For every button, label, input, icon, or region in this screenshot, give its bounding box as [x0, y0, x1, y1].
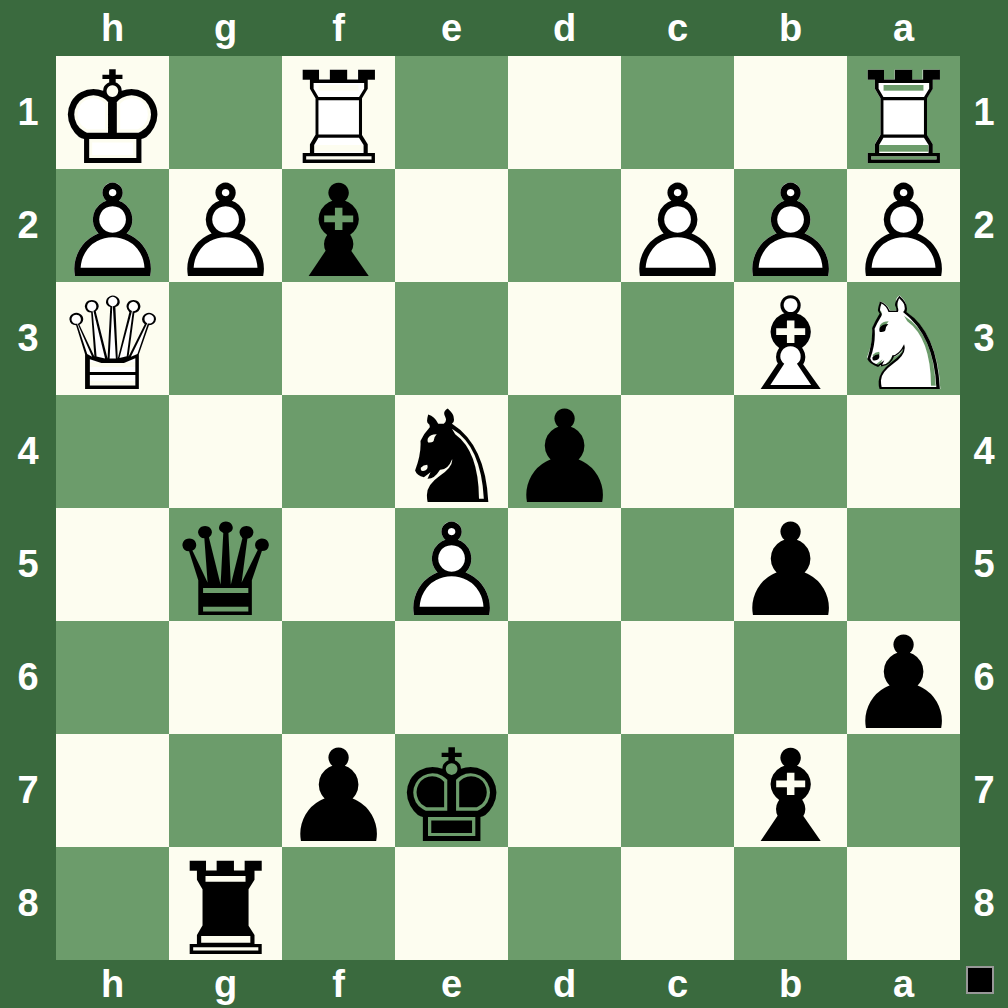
square-g3[interactable] [169, 282, 282, 395]
file-label-top-c: c [621, 0, 734, 56]
square-g6[interactable] [169, 621, 282, 734]
square-e5[interactable]: ♟♙ [395, 508, 508, 621]
black-to-move-indicator [966, 966, 994, 994]
white-king-outline-glyph: ♔ [56, 62, 169, 175]
rank-label-left-3: 3 [0, 282, 56, 395]
file-label-bottom-c: c [621, 960, 734, 1008]
square-d5[interactable] [508, 508, 621, 621]
square-e2[interactable] [395, 169, 508, 282]
black-pawn[interactable]: ♟ [508, 395, 621, 508]
square-a5[interactable] [847, 508, 960, 621]
rank-label-left-1: 1 [0, 56, 56, 169]
corner-bottom-left [0, 960, 56, 1008]
square-c6[interactable] [621, 621, 734, 734]
square-c7[interactable] [621, 734, 734, 847]
white-pawn-fill-glyph: ♟ [56, 175, 169, 288]
file-label-bottom-b: b [734, 960, 847, 1008]
black-bishop[interactable]: ♝ [282, 169, 395, 282]
square-h1[interactable]: ♚♔ [56, 56, 169, 169]
white-knight-outline-glyph: ♘ [847, 288, 960, 401]
square-e8[interactable] [395, 847, 508, 960]
black-pawn-glyph: ♟ [508, 401, 621, 514]
square-e4[interactable]: ♞ [395, 395, 508, 508]
rank-label-left-5: 5 [0, 508, 56, 621]
corner-top-left [0, 0, 56, 56]
square-a7[interactable] [847, 734, 960, 847]
file-label-top-h: h [56, 0, 169, 56]
black-pawn-glyph: ♟ [734, 514, 847, 627]
square-a4[interactable] [847, 395, 960, 508]
rank-label-left-6: 6 [0, 621, 56, 734]
square-f3[interactable] [282, 282, 395, 395]
square-a8[interactable] [847, 847, 960, 960]
white-pawn[interactable]: ♟♙ [847, 169, 960, 282]
square-b8[interactable] [734, 847, 847, 960]
white-queen-fill-glyph: ♛ [56, 288, 169, 401]
black-knight-glyph: ♞ [395, 401, 508, 514]
square-d1[interactable] [508, 56, 621, 169]
square-g1[interactable] [169, 56, 282, 169]
square-a2[interactable]: ♟♙ [847, 169, 960, 282]
square-g8[interactable]: ♜ [169, 847, 282, 960]
white-rook-outline-glyph: ♖ [282, 62, 395, 175]
square-h3[interactable]: ♛♕ [56, 282, 169, 395]
black-pawn-glyph: ♟ [847, 627, 960, 740]
rank-label-right-8: 8 [960, 847, 1008, 960]
square-f5[interactable] [282, 508, 395, 621]
square-f8[interactable] [282, 847, 395, 960]
white-knight[interactable]: ♞♘ [847, 282, 960, 395]
square-g7[interactable] [169, 734, 282, 847]
white-pawn[interactable]: ♟♙ [621, 169, 734, 282]
rank-label-right-4: 4 [960, 395, 1008, 508]
white-pawn-fill-glyph: ♟ [169, 175, 282, 288]
square-d4[interactable]: ♟ [508, 395, 621, 508]
file-label-top-g: g [169, 0, 282, 56]
file-label-bottom-f: f [282, 960, 395, 1008]
square-h5[interactable] [56, 508, 169, 621]
black-pawn-glyph: ♟ [282, 740, 395, 853]
square-d8[interactable] [508, 847, 621, 960]
square-a3[interactable]: ♞♘ [847, 282, 960, 395]
chess-board: hgfedcba1♚♔♜♖♜♖12♟♙♟♙♝♟♙♟♙♟♙23♛♕♝♗♞♘34♞♟… [0, 0, 1008, 1008]
square-h6[interactable] [56, 621, 169, 734]
black-bishop-glyph: ♝ [282, 175, 395, 288]
file-label-top-f: f [282, 0, 395, 56]
white-bishop[interactable]: ♝♗ [734, 282, 847, 395]
square-g4[interactable] [169, 395, 282, 508]
square-f7[interactable]: ♟ [282, 734, 395, 847]
black-bishop-glyph: ♝ [734, 740, 847, 853]
corner-bottom-right [960, 960, 1008, 1008]
white-bishop-fill-glyph: ♝ [734, 288, 847, 401]
white-queen-outline-glyph: ♕ [56, 288, 169, 401]
square-c4[interactable] [621, 395, 734, 508]
file-label-top-b: b [734, 0, 847, 56]
square-b5[interactable]: ♟ [734, 508, 847, 621]
rank-label-right-3: 3 [960, 282, 1008, 395]
square-e6[interactable] [395, 621, 508, 734]
square-c1[interactable] [621, 56, 734, 169]
rank-label-left-4: 4 [0, 395, 56, 508]
white-pawn-fill-glyph: ♟ [734, 175, 847, 288]
square-g2[interactable]: ♟♙ [169, 169, 282, 282]
file-label-bottom-g: g [169, 960, 282, 1008]
square-d7[interactable] [508, 734, 621, 847]
rank-label-left-7: 7 [0, 734, 56, 847]
file-label-top-a: a [847, 0, 960, 56]
square-e7[interactable]: ♚ [395, 734, 508, 847]
white-knight-fill-glyph: ♞ [847, 288, 960, 401]
square-g5[interactable]: ♛ [169, 508, 282, 621]
file-label-bottom-e: e [395, 960, 508, 1008]
square-d2[interactable] [508, 169, 621, 282]
square-e1[interactable] [395, 56, 508, 169]
square-a1[interactable]: ♜♖ [847, 56, 960, 169]
square-b6[interactable] [734, 621, 847, 734]
black-bishop[interactable]: ♝ [734, 734, 847, 847]
rank-label-right-5: 5 [960, 508, 1008, 621]
square-c3[interactable] [621, 282, 734, 395]
white-pawn[interactable]: ♟♙ [56, 169, 169, 282]
white-pawn-fill-glyph: ♟ [395, 514, 508, 627]
square-h7[interactable] [56, 734, 169, 847]
rank-label-left-2: 2 [0, 169, 56, 282]
black-rook[interactable]: ♜ [169, 847, 282, 960]
white-pawn-outline-glyph: ♙ [847, 175, 960, 288]
file-label-bottom-d: d [508, 960, 621, 1008]
square-d3[interactable] [508, 282, 621, 395]
square-c2[interactable]: ♟♙ [621, 169, 734, 282]
white-rook[interactable]: ♜♖ [847, 56, 960, 169]
rank-label-right-6: 6 [960, 621, 1008, 734]
file-label-bottom-a: a [847, 960, 960, 1008]
white-pawn[interactable]: ♟♙ [395, 508, 508, 621]
square-d6[interactable] [508, 621, 621, 734]
white-rook-fill-glyph: ♜ [847, 62, 960, 175]
white-pawn-fill-glyph: ♟ [847, 175, 960, 288]
white-rook-outline-glyph: ♖ [847, 62, 960, 175]
square-h2[interactable]: ♟♙ [56, 169, 169, 282]
white-rook[interactable]: ♜♖ [282, 56, 395, 169]
rank-label-right-2: 2 [960, 169, 1008, 282]
white-pawn-outline-glyph: ♙ [395, 514, 508, 627]
white-king[interactable]: ♚♔ [56, 56, 169, 169]
white-pawn-fill-glyph: ♟ [621, 175, 734, 288]
black-pawn[interactable]: ♟ [847, 621, 960, 734]
square-c5[interactable] [621, 508, 734, 621]
file-label-top-d: d [508, 0, 621, 56]
file-label-bottom-h: h [56, 960, 169, 1008]
white-pawn[interactable]: ♟♙ [169, 169, 282, 282]
black-pawn[interactable]: ♟ [282, 734, 395, 847]
chess-diagram-page: hgfedcba1♚♔♜♖♜♖12♟♙♟♙♝♟♙♟♙♟♙23♛♕♝♗♞♘34♞♟… [0, 0, 1008, 1008]
white-rook-fill-glyph: ♜ [282, 62, 395, 175]
square-f2[interactable]: ♝ [282, 169, 395, 282]
white-pawn[interactable]: ♟♙ [734, 169, 847, 282]
black-pawn[interactable]: ♟ [734, 508, 847, 621]
black-king[interactable]: ♚ [395, 734, 508, 847]
white-bishop-outline-glyph: ♗ [734, 288, 847, 401]
black-rook-glyph: ♜ [169, 853, 282, 966]
square-f4[interactable] [282, 395, 395, 508]
square-h8[interactable] [56, 847, 169, 960]
rank-label-left-8: 8 [0, 847, 56, 960]
white-pawn-outline-glyph: ♙ [56, 175, 169, 288]
square-f6[interactable] [282, 621, 395, 734]
black-king-glyph: ♚ [395, 740, 508, 853]
white-pawn-outline-glyph: ♙ [621, 175, 734, 288]
square-b4[interactable] [734, 395, 847, 508]
rank-label-right-7: 7 [960, 734, 1008, 847]
white-pawn-outline-glyph: ♙ [734, 175, 847, 288]
corner-top-right [960, 0, 1008, 56]
square-a6[interactable]: ♟ [847, 621, 960, 734]
square-b2[interactable]: ♟♙ [734, 169, 847, 282]
white-king-fill-glyph: ♚ [56, 62, 169, 175]
file-label-top-e: e [395, 0, 508, 56]
rank-label-right-1: 1 [960, 56, 1008, 169]
square-f1[interactable]: ♜♖ [282, 56, 395, 169]
white-pawn-outline-glyph: ♙ [169, 175, 282, 288]
square-c8[interactable] [621, 847, 734, 960]
black-knight[interactable]: ♞ [395, 395, 508, 508]
square-b7[interactable]: ♝ [734, 734, 847, 847]
black-queen[interactable]: ♛ [169, 508, 282, 621]
black-queen-glyph: ♛ [169, 514, 282, 627]
square-b1[interactable] [734, 56, 847, 169]
square-h4[interactable] [56, 395, 169, 508]
square-e3[interactable] [395, 282, 508, 395]
white-queen[interactable]: ♛♕ [56, 282, 169, 395]
square-b3[interactable]: ♝♗ [734, 282, 847, 395]
